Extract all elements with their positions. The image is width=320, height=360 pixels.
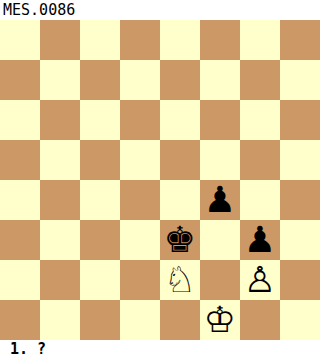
piece-white-pawn[interactable]: ♙ (244, 260, 276, 300)
chess-board: ♟♚♟♘♙♔ (0, 20, 320, 340)
square-a1[interactable] (0, 300, 40, 340)
square-d2[interactable] (120, 260, 160, 300)
square-h6[interactable] (280, 100, 320, 140)
square-d1[interactable] (120, 300, 160, 340)
piece-black-king[interactable]: ♚ (164, 220, 196, 260)
square-e5[interactable] (160, 140, 200, 180)
square-g4[interactable] (240, 180, 280, 220)
square-c4[interactable] (80, 180, 120, 220)
square-a7[interactable] (0, 60, 40, 100)
square-d3[interactable] (120, 220, 160, 260)
square-c3[interactable] (80, 220, 120, 260)
square-f5[interactable] (200, 140, 240, 180)
square-a5[interactable] (0, 140, 40, 180)
square-c8[interactable] (80, 20, 120, 60)
square-b1[interactable] (40, 300, 80, 340)
square-h8[interactable] (280, 20, 320, 60)
square-d7[interactable] (120, 60, 160, 100)
square-a2[interactable] (0, 260, 40, 300)
square-f8[interactable] (200, 20, 240, 60)
square-g8[interactable] (240, 20, 280, 60)
move-prompt: 1. ? (0, 340, 320, 360)
square-g1[interactable] (240, 300, 280, 340)
square-h2[interactable] (280, 260, 320, 300)
square-d4[interactable] (120, 180, 160, 220)
square-h1[interactable] (280, 300, 320, 340)
piece-white-knight[interactable]: ♘ (164, 260, 196, 300)
square-e6[interactable] (160, 100, 200, 140)
square-a3[interactable] (0, 220, 40, 260)
piece-black-pawn[interactable]: ♟ (244, 220, 276, 260)
square-b2[interactable] (40, 260, 80, 300)
square-d6[interactable] (120, 100, 160, 140)
square-a4[interactable] (0, 180, 40, 220)
square-h5[interactable] (280, 140, 320, 180)
square-b4[interactable] (40, 180, 80, 220)
square-e7[interactable] (160, 60, 200, 100)
square-b7[interactable] (40, 60, 80, 100)
square-b3[interactable] (40, 220, 80, 260)
square-b5[interactable] (40, 140, 80, 180)
square-h7[interactable] (280, 60, 320, 100)
square-f1[interactable]: ♔ (200, 300, 240, 340)
square-a6[interactable] (0, 100, 40, 140)
piece-black-pawn[interactable]: ♟ (204, 180, 236, 220)
square-c2[interactable] (80, 260, 120, 300)
square-c5[interactable] (80, 140, 120, 180)
square-a8[interactable] (0, 20, 40, 60)
square-g2[interactable]: ♙ (240, 260, 280, 300)
square-f4[interactable]: ♟ (200, 180, 240, 220)
square-e1[interactable] (160, 300, 200, 340)
square-e8[interactable] (160, 20, 200, 60)
square-g5[interactable] (240, 140, 280, 180)
square-g7[interactable] (240, 60, 280, 100)
square-g6[interactable] (240, 100, 280, 140)
square-e4[interactable] (160, 180, 200, 220)
square-d8[interactable] (120, 20, 160, 60)
square-h4[interactable] (280, 180, 320, 220)
square-f3[interactable] (200, 220, 240, 260)
square-d5[interactable] (120, 140, 160, 180)
square-c1[interactable] (80, 300, 120, 340)
square-g3[interactable]: ♟ (240, 220, 280, 260)
square-c7[interactable] (80, 60, 120, 100)
piece-white-king[interactable]: ♔ (204, 300, 236, 340)
square-b8[interactable] (40, 20, 80, 60)
square-f6[interactable] (200, 100, 240, 140)
puzzle-title: MES.0086 (0, 0, 320, 20)
square-e3[interactable]: ♚ (160, 220, 200, 260)
square-f2[interactable] (200, 260, 240, 300)
square-c6[interactable] (80, 100, 120, 140)
square-b6[interactable] (40, 100, 80, 140)
square-e2[interactable]: ♘ (160, 260, 200, 300)
square-h3[interactable] (280, 220, 320, 260)
square-f7[interactable] (200, 60, 240, 100)
